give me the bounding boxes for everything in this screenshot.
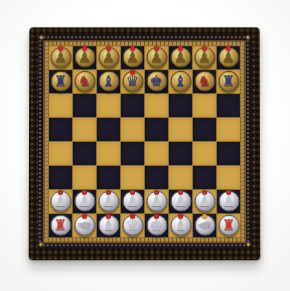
gold-pawn-c8[interactable]: ♟ <box>98 46 119 67</box>
silver-pawn-f2[interactable]: ♟ <box>170 190 191 211</box>
corner-ornament: ✦ <box>37 241 45 249</box>
piece-accent-dot <box>226 189 231 194</box>
square-d4[interactable] <box>121 142 144 165</box>
piece-accent-dot <box>82 189 87 194</box>
square-e3[interactable] <box>145 166 168 189</box>
square-c3[interactable] <box>97 166 120 189</box>
square-e6[interactable] <box>145 94 168 117</box>
piece-glyph: ♟ <box>102 49 115 64</box>
square-h5[interactable] <box>217 118 240 141</box>
piece-accent-dot <box>226 45 231 50</box>
piece-glyph: ♜ <box>54 217 68 232</box>
piece-accent-dot <box>130 213 135 218</box>
piece-glyph: ♚ <box>150 73 163 88</box>
piece-accent-dot <box>202 213 207 218</box>
gold-king-e7[interactable]: ♚ <box>146 70 167 91</box>
piece-accent-dot <box>178 45 183 50</box>
square-a6[interactable] <box>49 94 72 117</box>
square-a1[interactable]: ♜ <box>49 214 72 237</box>
square-g8[interactable]: ♟ <box>193 46 216 69</box>
piece-glyph: ♟ <box>198 49 211 64</box>
square-d3[interactable] <box>121 166 144 189</box>
silver-pawn-d2[interactable]: ♟ <box>122 190 143 211</box>
square-d1[interactable]: ♛ <box>121 214 144 237</box>
square-e2[interactable]: ♟ <box>145 190 168 213</box>
silver-pawn-b2[interactable]: ♟ <box>74 190 95 211</box>
gold-tooled-trim: ♟♟♟♟♟♟♟♟♜♞♝♛♚♝♞♜♟♟♟♟♟♟♟♟♜♞♝♛♚♝♞♜ <box>43 40 247 243</box>
square-c2[interactable]: ♟ <box>97 190 120 213</box>
piece-accent-dot <box>130 69 135 74</box>
chess-board-chest: ✦ ✦ ✦ ✦ ♟♟♟♟♟♟♟♟♜♞♝♛♚♝♞♜♟♟♟♟♟♟♟♟♜♞♝♛♚♝♞♜ <box>29 27 261 260</box>
square-b3[interactable] <box>73 166 96 189</box>
square-a5[interactable] <box>49 118 72 141</box>
square-e1[interactable]: ♚ <box>145 214 168 237</box>
square-g1[interactable]: ♞ <box>193 214 216 237</box>
piece-glyph: ♟ <box>54 49 67 64</box>
square-h6[interactable] <box>217 94 240 117</box>
piece-glyph: ♝ <box>174 73 187 88</box>
square-g2[interactable]: ♟ <box>193 190 216 213</box>
square-c5[interactable] <box>97 118 120 141</box>
square-a7[interactable]: ♜ <box>49 70 72 93</box>
gold-pawn-a8[interactable]: ♟ <box>50 46 71 67</box>
silver-bishop-c1[interactable]: ♝ <box>98 214 119 235</box>
silver-knight-g1[interactable]: ♞ <box>194 214 215 235</box>
square-g5[interactable] <box>193 118 216 141</box>
square-b7[interactable]: ♞ <box>73 70 96 93</box>
piece-glyph: ♟ <box>78 193 91 208</box>
piece-accent-dot <box>130 189 135 194</box>
piece-accent-dot <box>106 189 111 194</box>
square-c6[interactable] <box>97 94 120 117</box>
gold-pawn-d8[interactable]: ♟ <box>122 46 143 67</box>
silver-pawn-a2[interactable]: ♟ <box>50 190 71 211</box>
piece-accent-dot <box>202 189 207 194</box>
piece-accent-dot <box>178 189 183 194</box>
piece-glyph: ♟ <box>102 193 115 208</box>
silver-knight-b1[interactable]: ♞ <box>74 214 95 235</box>
piece-glyph: ♛ <box>126 73 139 88</box>
silver-pawn-c2[interactable]: ♟ <box>98 190 119 211</box>
piece-glyph: ♛ <box>126 217 139 232</box>
square-f5[interactable] <box>169 118 192 141</box>
piece-accent-dot <box>82 213 87 218</box>
square-g3[interactable] <box>193 166 216 189</box>
piece-glyph: ♟ <box>126 49 139 64</box>
leather-border: ✦ ✦ ✦ ✦ ♟♟♟♟♟♟♟♟♜♞♝♛♚♝♞♜♟♟♟♟♟♟♟♟♜♞♝♛♚♝♞♜ <box>38 35 252 248</box>
silver-rook-a1[interactable]: ♜ <box>50 214 71 235</box>
square-e7[interactable]: ♚ <box>145 70 168 93</box>
square-b5[interactable] <box>73 118 96 141</box>
square-c4[interactable] <box>97 142 120 165</box>
piece-glyph: ♞ <box>196 217 213 233</box>
gold-pawn-e8[interactable]: ♟ <box>146 46 167 67</box>
square-g6[interactable] <box>193 94 216 117</box>
gold-pawn-h8[interactable]: ♟ <box>218 46 239 67</box>
square-b8[interactable]: ♟ <box>73 46 96 69</box>
square-f3[interactable] <box>169 166 192 189</box>
square-d7[interactable]: ♛ <box>121 70 144 93</box>
piece-glyph: ♝ <box>102 73 115 88</box>
square-e5[interactable] <box>145 118 168 141</box>
piece-glyph: ♟ <box>174 49 187 64</box>
square-a3[interactable] <box>49 166 72 189</box>
silver-pawn-g2[interactable]: ♟ <box>194 190 215 211</box>
square-h3[interactable] <box>217 166 240 189</box>
square-d5[interactable] <box>121 118 144 141</box>
piece-glyph: ♞ <box>75 216 94 234</box>
silver-pawn-e2[interactable]: ♟ <box>146 190 167 211</box>
piece-accent-dot <box>202 45 207 50</box>
piece-glyph: ♚ <box>150 217 163 232</box>
gold-rook-a7[interactable]: ♜ <box>50 70 71 91</box>
square-c7[interactable]: ♝ <box>97 70 120 93</box>
square-b6[interactable] <box>73 94 96 117</box>
square-c1[interactable]: ♝ <box>97 214 120 237</box>
piece-accent-dot <box>58 189 63 194</box>
gold-pawn-g8[interactable]: ♟ <box>194 46 215 67</box>
piece-glyph: ♝ <box>102 217 115 232</box>
square-d8[interactable]: ♟ <box>121 46 144 69</box>
gold-bishop-f7[interactable]: ♝ <box>170 70 191 91</box>
piece-glyph: ♝ <box>174 217 187 232</box>
piece-glyph: ♟ <box>150 49 163 64</box>
corner-ornament: ✦ <box>37 34 45 42</box>
square-h7[interactable]: ♜ <box>217 70 240 93</box>
piece-accent-dot <box>154 45 159 50</box>
square-b1[interactable]: ♞ <box>73 214 96 237</box>
piece-accent-dot <box>58 45 63 50</box>
piece-glyph: ♜ <box>222 73 235 88</box>
piece-glyph: ♞ <box>198 73 211 88</box>
square-d2[interactable]: ♟ <box>121 190 144 213</box>
piece-glyph: ♟ <box>78 49 91 64</box>
piece-glyph: ♟ <box>222 193 236 208</box>
piece-glyph: ♟ <box>126 193 139 208</box>
square-d6[interactable] <box>121 94 144 117</box>
square-a8[interactable]: ♟ <box>49 46 72 69</box>
silver-bishop-f1[interactable]: ♝ <box>170 214 191 235</box>
square-f2[interactable]: ♟ <box>169 190 192 213</box>
piece-accent-dot <box>82 45 87 50</box>
piece-accent-dot <box>154 213 159 218</box>
gold-pawn-b8[interactable]: ♟ <box>74 46 95 67</box>
square-f8[interactable]: ♟ <box>169 46 192 69</box>
piece-glyph: ♟ <box>198 193 211 208</box>
product-photo: ✦ ✦ ✦ ✦ ♟♟♟♟♟♟♟♟♜♞♝♛♚♝♞♜♟♟♟♟♟♟♟♟♜♞♝♛♚♝♞♜ <box>0 0 290 291</box>
square-h2[interactable]: ♟ <box>217 190 240 213</box>
piece-glyph: ♟ <box>174 193 187 208</box>
gold-pawn-f8[interactable]: ♟ <box>170 46 191 67</box>
square-a4[interactable] <box>49 142 72 165</box>
piece-glyph: ♞ <box>78 73 91 88</box>
gold-queen-d7[interactable]: ♛ <box>122 70 143 91</box>
piece-accent-dot <box>106 213 111 218</box>
square-a2[interactable]: ♟ <box>49 190 72 213</box>
corner-ornament: ✦ <box>244 241 252 249</box>
piece-accent-dot <box>130 45 135 50</box>
piece-accent-dot <box>154 189 159 194</box>
silver-pawn-h2[interactable]: ♟ <box>218 190 239 211</box>
square-e4[interactable] <box>145 142 168 165</box>
carved-wood-frame: ✦ ✦ ✦ ✦ ♟♟♟♟♟♟♟♟♜♞♝♛♚♝♞♜♟♟♟♟♟♟♟♟♜♞♝♛♚♝♞♜ <box>29 27 261 260</box>
gold-knight-b7[interactable]: ♞ <box>74 70 95 91</box>
square-g4[interactable] <box>193 142 216 165</box>
square-h8[interactable]: ♟ <box>217 46 240 69</box>
square-f4[interactable] <box>169 142 192 165</box>
gold-bishop-c7[interactable]: ♝ <box>98 70 119 91</box>
piece-glyph: ♟ <box>150 193 163 208</box>
silver-rook-h1[interactable]: ♜ <box>218 214 239 235</box>
square-b4[interactable] <box>73 142 96 165</box>
piece-glyph: ♟ <box>222 49 235 64</box>
silver-queen-d1[interactable]: ♛ <box>122 214 143 235</box>
piece-glyph: ♜ <box>222 217 236 232</box>
square-c8[interactable]: ♟ <box>97 46 120 69</box>
square-f1[interactable]: ♝ <box>169 214 192 237</box>
square-g7[interactable]: ♞ <box>193 70 216 93</box>
inner-gold-line: ♟♟♟♟♟♟♟♟♜♞♝♛♚♝♞♜♟♟♟♟♟♟♟♟♜♞♝♛♚♝♞♜ <box>48 45 241 238</box>
square-f7[interactable]: ♝ <box>169 70 192 93</box>
gold-knight-g7[interactable]: ♞ <box>194 70 215 91</box>
silver-king-e1[interactable]: ♚ <box>146 214 167 235</box>
piece-accent-dot <box>178 213 183 218</box>
square-h4[interactable] <box>217 142 240 165</box>
square-b2[interactable]: ♟ <box>73 190 96 213</box>
gold-rook-h7[interactable]: ♜ <box>218 70 239 91</box>
piece-glyph: ♟ <box>54 193 68 208</box>
chessboard: ♟♟♟♟♟♟♟♟♜♞♝♛♚♝♞♜♟♟♟♟♟♟♟♟♜♞♝♛♚♝♞♜ <box>49 46 240 237</box>
square-e8[interactable]: ♟ <box>145 46 168 69</box>
piece-accent-dot <box>106 45 111 50</box>
corner-ornament: ✦ <box>244 34 252 42</box>
piece-glyph: ♜ <box>54 73 67 88</box>
square-f6[interactable] <box>169 94 192 117</box>
square-h1[interactable]: ♜ <box>217 214 240 237</box>
